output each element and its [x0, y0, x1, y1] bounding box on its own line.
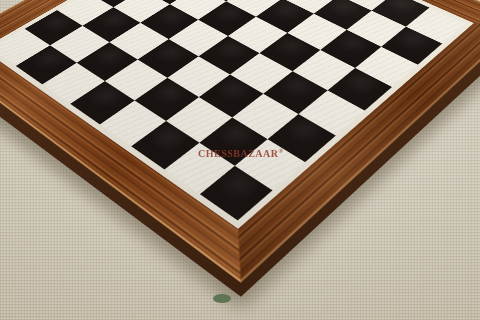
photo-stage: CHESSBAZAAR®	[0, 0, 480, 320]
felt-pad	[213, 294, 231, 303]
registered-mark: ®	[279, 148, 284, 154]
watermark-text: CHESSBAZAAR	[198, 148, 279, 159]
watermark: CHESSBAZAAR®	[198, 148, 284, 159]
